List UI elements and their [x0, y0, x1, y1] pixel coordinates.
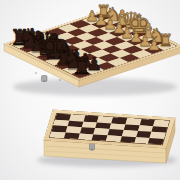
product-photo: ♜♞♝♛♚♝♞♜♟♟♟♟♟♟♟♟♟♟♟♟♟♟♟♟♜♞♝♛♚♝♞♜	[0, 0, 180, 180]
clasp-icon	[42, 76, 48, 83]
clasp-icon-closed	[90, 144, 95, 151]
board-square	[148, 138, 164, 145]
closed-board-half-grid	[50, 113, 170, 144]
